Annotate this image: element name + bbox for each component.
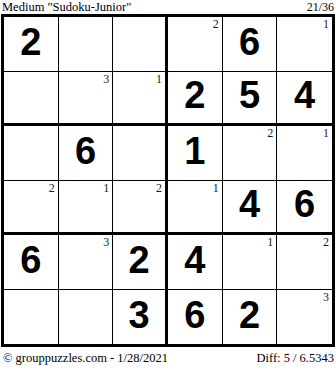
- sudoku-cell-r1c3[interactable]: [113, 17, 168, 72]
- sudoku-cell-r4c5[interactable]: 4: [223, 181, 278, 236]
- sudoku-cell-r3c4[interactable]: 1: [168, 126, 223, 181]
- cell-value: 6: [75, 132, 96, 170]
- sudoku-cell-r5c1[interactable]: 6: [4, 235, 59, 290]
- sudoku-cell-r2c5[interactable]: 5: [223, 72, 278, 127]
- sudoku-cell-r1c2[interactable]: [59, 17, 114, 72]
- sudoku-cell-r1c4[interactable]: 2: [168, 17, 223, 72]
- sudoku-cell-r6c2[interactable]: [59, 290, 114, 345]
- cell-value: 6: [184, 296, 205, 334]
- cell-value: 6: [239, 23, 260, 61]
- sudoku-cell-r2c2[interactable]: 3: [59, 72, 114, 127]
- sudoku-cell-r6c1[interactable]: [4, 290, 59, 345]
- sudoku-cell-r1c1[interactable]: 2: [4, 17, 59, 72]
- sudoku-cell-r4c1[interactable]: 2: [4, 181, 59, 236]
- cell-value: 2: [129, 241, 150, 279]
- sudoku-cell-r1c5[interactable]: 6: [223, 17, 278, 72]
- pencil-mark: 1: [323, 17, 329, 31]
- cell-value: 5: [239, 76, 260, 114]
- sudoku-cell-r5c3[interactable]: 2: [113, 235, 168, 290]
- sudoku-cell-r6c3[interactable]: 3: [113, 290, 168, 345]
- difficulty-text: Diff: 5 / 6.5343: [256, 351, 334, 366]
- page-title: Medium "Sudoku-Junior": [2, 0, 131, 14]
- pencil-mark: 2: [323, 235, 329, 249]
- cell-value: 2: [239, 296, 260, 334]
- cell-value: 2: [184, 76, 205, 114]
- pencil-mark: 1: [323, 126, 329, 140]
- pencil-mark: 1: [103, 181, 109, 195]
- sudoku-cell-r5c2[interactable]: 3: [59, 235, 114, 290]
- pencil-mark: 2: [213, 17, 219, 31]
- pencil-mark: 3: [323, 290, 329, 304]
- pencil-mark: 2: [267, 126, 273, 140]
- sudoku-cell-r3c2[interactable]: 6: [59, 126, 114, 181]
- cell-value: 6: [294, 185, 315, 223]
- cell-value: 4: [294, 76, 315, 114]
- sudoku-cell-r3c1[interactable]: [4, 126, 59, 181]
- cell-value: 3: [129, 296, 150, 334]
- sudoku-cell-r1c6[interactable]: 1: [277, 17, 332, 72]
- sudoku-grid: 22613125461212121466324123623: [1, 14, 335, 347]
- sudoku-cell-r3c3[interactable]: [113, 126, 168, 181]
- sudoku-cell-r6c6[interactable]: 3: [277, 290, 332, 345]
- sudoku-cell-r4c4[interactable]: 1: [168, 181, 223, 236]
- sudoku-cell-r4c6[interactable]: 6: [277, 181, 332, 236]
- sudoku-cell-r3c5[interactable]: 2: [223, 126, 278, 181]
- copyright-text: © grouppuzzles.com - 1/28/2021: [3, 351, 168, 366]
- pencil-mark: 3: [103, 72, 109, 86]
- cell-value: 4: [184, 241, 205, 279]
- sudoku-cell-r6c4[interactable]: 6: [168, 290, 223, 345]
- cell-value: 2: [20, 23, 41, 61]
- pencil-mark: 1: [213, 181, 219, 195]
- sudoku-cell-r4c3[interactable]: 2: [113, 181, 168, 236]
- sudoku-cell-r5c4[interactable]: 4: [168, 235, 223, 290]
- sudoku-cell-r5c5[interactable]: 1: [223, 235, 278, 290]
- sudoku-cell-r4c2[interactable]: 1: [59, 181, 114, 236]
- pencil-mark: 1: [156, 72, 162, 86]
- pencil-mark: 2: [49, 181, 55, 195]
- pencil-mark: 2: [156, 181, 162, 195]
- sudoku-cell-r6c5[interactable]: 2: [223, 290, 278, 345]
- footer-bar: © grouppuzzles.com - 1/28/2021 Diff: 5 /…: [0, 347, 336, 366]
- cell-value: 1: [184, 132, 205, 170]
- pencil-mark: 3: [103, 235, 109, 249]
- pencil-mark: 1: [267, 235, 273, 249]
- sudoku-cell-r2c3[interactable]: 1: [113, 72, 168, 127]
- sudoku-page: Medium "Sudoku-Junior" 21/36 22613125461…: [0, 0, 336, 370]
- sudoku-cell-r2c1[interactable]: [4, 72, 59, 127]
- progress-counter: 21/36: [307, 0, 334, 14]
- sudoku-cell-r2c6[interactable]: 4: [277, 72, 332, 127]
- sudoku-cell-r2c4[interactable]: 2: [168, 72, 223, 127]
- cell-value: 6: [20, 241, 41, 279]
- sudoku-cell-r3c6[interactable]: 1: [277, 126, 332, 181]
- sudoku-cell-r5c6[interactable]: 2: [277, 235, 332, 290]
- header-bar: Medium "Sudoku-Junior" 21/36: [0, 0, 336, 14]
- cell-value: 4: [239, 185, 260, 223]
